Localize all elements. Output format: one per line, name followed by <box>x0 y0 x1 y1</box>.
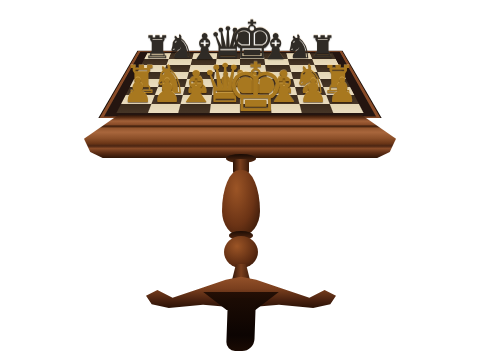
square-d5 <box>214 72 241 79</box>
square-e4 <box>240 79 267 87</box>
square-h5 <box>317 72 346 79</box>
square-e5 <box>240 72 267 79</box>
square-g5 <box>291 72 319 79</box>
square-e1 <box>240 104 271 114</box>
square-g2 <box>297 95 329 104</box>
square-c4 <box>185 79 213 87</box>
square-b1 <box>147 104 180 114</box>
chess-table-photo: ♜♞♝♛♚♝♞♜♜♞♟♟♟♟♞♜♟♟♝♛♝♟♟♚ <box>0 0 480 360</box>
square-c3 <box>183 87 213 95</box>
square-c1 <box>178 104 210 114</box>
square-f1 <box>270 104 302 114</box>
square-e2 <box>240 95 270 104</box>
square-d3 <box>211 87 240 95</box>
square-a4 <box>130 79 160 87</box>
square-b4 <box>158 79 187 87</box>
square-d4 <box>213 79 240 87</box>
square-h3 <box>322 87 354 95</box>
pedestal-vase <box>222 170 260 236</box>
table-edge-molding <box>84 115 396 158</box>
square-d2 <box>210 95 240 104</box>
square-b3 <box>154 87 185 95</box>
square-h2 <box>326 95 359 104</box>
square-f4 <box>267 79 295 87</box>
square-g3 <box>295 87 326 95</box>
square-c5 <box>187 72 214 79</box>
square-a5 <box>134 72 163 79</box>
square-f3 <box>267 87 297 95</box>
base-front-leg <box>226 298 256 351</box>
square-a3 <box>126 87 158 95</box>
square-e3 <box>240 87 269 95</box>
chess-board <box>100 51 380 118</box>
square-f2 <box>269 95 300 104</box>
square-h4 <box>320 79 350 87</box>
pedestal-ball <box>224 236 258 268</box>
square-b5 <box>161 72 189 79</box>
square-d1 <box>209 104 240 114</box>
square-h1 <box>329 104 364 114</box>
square-a1 <box>116 104 151 114</box>
square-c2 <box>181 95 212 104</box>
square-g1 <box>299 104 332 114</box>
square-f5 <box>266 72 293 79</box>
square-g4 <box>293 79 322 87</box>
square-b2 <box>151 95 183 104</box>
square-a2 <box>121 95 154 104</box>
